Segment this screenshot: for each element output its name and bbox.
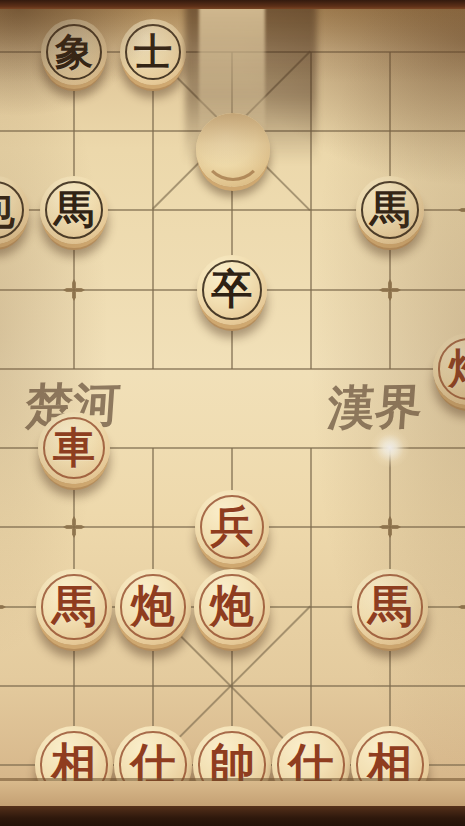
piece-black-elephant[interactable]: 象 xyxy=(41,19,107,85)
star-point-6-6 xyxy=(379,516,401,538)
piece-red-cannon[interactable]: 炮 xyxy=(194,569,269,644)
piece-glyph: 馬 xyxy=(52,577,96,636)
xiangqi-app-screen: 楚河 漢界 象士包馬馬卒炮車兵馬炮炮馬相仕帥仕相 xyxy=(0,0,465,826)
board-top-edge xyxy=(0,0,465,9)
piece-glyph: 炮 xyxy=(131,577,175,636)
piece-red-horse[interactable]: 馬 xyxy=(352,569,427,644)
piece-red-horse[interactable]: 馬 xyxy=(36,569,111,644)
piece-glyph: 車 xyxy=(53,420,95,476)
moving-piece-blurred[interactable] xyxy=(196,113,270,187)
piece-glyph: 象 xyxy=(55,27,93,78)
piece-glyph: 炮 xyxy=(210,577,254,636)
xiangqi-board[interactable]: 楚河 漢界 象士包馬馬卒炮車兵馬炮炮馬相仕帥仕相 xyxy=(0,0,465,826)
piece-black-advisor[interactable]: 士 xyxy=(120,19,186,85)
piece-glyph: 馬 xyxy=(368,577,412,636)
star-point-6-3 xyxy=(379,279,401,301)
river-label-han-jie: 漢界 xyxy=(326,383,443,432)
piece-black-pawn[interactable]: 卒 xyxy=(197,255,267,325)
piece-black-horse[interactable]: 馬 xyxy=(356,176,425,245)
star-point-1-7 xyxy=(0,596,6,618)
piece-glyph: 馬 xyxy=(370,182,410,237)
star-point-2-3 xyxy=(63,279,85,301)
moving-piece-blur-fade xyxy=(196,113,270,187)
piece-glyph: 包 xyxy=(0,182,15,237)
piece-red-chariot[interactable]: 車 xyxy=(38,412,111,485)
piece-black-horse[interactable]: 馬 xyxy=(40,176,109,245)
board-bottom-margin xyxy=(0,781,465,806)
star-point-7-7 xyxy=(458,596,465,618)
piece-glyph: 炮 xyxy=(448,341,465,396)
piece-red-pawn[interactable]: 兵 xyxy=(195,490,269,564)
star-point-7-2 xyxy=(458,199,465,221)
file-line-3-top xyxy=(152,52,154,369)
piece-red-cannon[interactable]: 炮 xyxy=(115,569,190,644)
piece-glyph: 士 xyxy=(134,27,172,78)
piece-glyph: 馬 xyxy=(54,182,94,237)
table-edge-bottom xyxy=(0,806,465,826)
piece-glyph: 兵 xyxy=(210,498,253,556)
piece-glyph: 卒 xyxy=(211,262,252,317)
star-point-2-6 xyxy=(63,516,85,538)
